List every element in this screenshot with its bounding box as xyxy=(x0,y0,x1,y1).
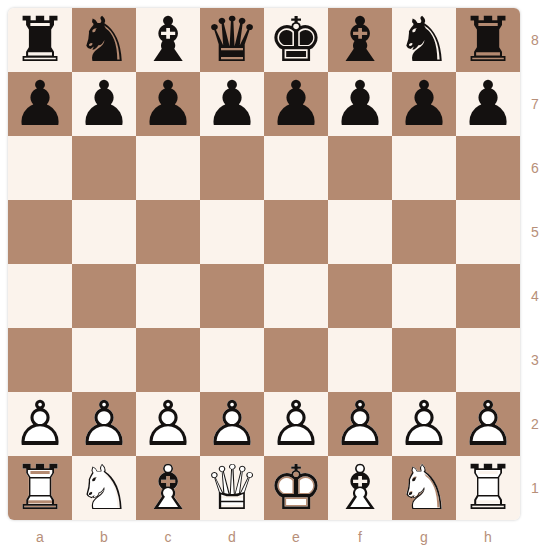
rank-label-7: 7 xyxy=(520,72,550,136)
black-piece-glyph: ♞ xyxy=(72,8,136,72)
black-piece-glyph: ♞ xyxy=(392,8,456,72)
white-piece-outline: ♕ xyxy=(200,456,264,520)
white-pawn-piece[interactable]: ♟♙ xyxy=(8,392,72,456)
black-piece-glyph: ♚ xyxy=(264,8,328,72)
rank-label-3: 3 xyxy=(520,328,550,392)
square-g6[interactable] xyxy=(392,136,456,200)
black-piece-glyph: ♟ xyxy=(264,72,328,136)
square-e6[interactable] xyxy=(264,136,328,200)
white-bishop-piece[interactable]: ♝♗ xyxy=(136,456,200,520)
square-b6[interactable] xyxy=(72,136,136,200)
white-king-piece[interactable]: ♚♔ xyxy=(264,456,328,520)
black-knight-piece[interactable]: ♞ xyxy=(392,8,456,72)
square-g5[interactable] xyxy=(392,200,456,264)
black-piece-glyph: ♟ xyxy=(200,72,264,136)
square-e1[interactable]: ♚♔ xyxy=(264,456,328,520)
square-h2[interactable]: ♟♙ xyxy=(456,392,520,456)
square-d4[interactable] xyxy=(200,264,264,328)
square-b1[interactable]: ♞♘ xyxy=(72,456,136,520)
square-g7[interactable]: ♟ xyxy=(392,72,456,136)
rank-label-8: 8 xyxy=(520,8,550,72)
square-c3[interactable] xyxy=(136,328,200,392)
square-h1[interactable]: ♜♖ xyxy=(456,456,520,520)
square-a6[interactable] xyxy=(8,136,72,200)
black-pawn-piece[interactable]: ♟ xyxy=(392,72,456,136)
square-b5[interactable] xyxy=(72,200,136,264)
square-d3[interactable] xyxy=(200,328,264,392)
black-piece-glyph: ♛ xyxy=(200,8,264,72)
square-c6[interactable] xyxy=(136,136,200,200)
black-knight-piece[interactable]: ♞ xyxy=(72,8,136,72)
black-piece-glyph: ♜ xyxy=(456,8,520,72)
black-piece-glyph: ♟ xyxy=(392,72,456,136)
file-label-d: d xyxy=(200,520,264,555)
square-d8[interactable]: ♛ xyxy=(200,8,264,72)
file-label-c: c xyxy=(136,520,200,555)
square-e2[interactable]: ♟♙ xyxy=(264,392,328,456)
black-piece-glyph: ♟ xyxy=(8,72,72,136)
square-e7[interactable]: ♟ xyxy=(264,72,328,136)
square-c7[interactable]: ♟ xyxy=(136,72,200,136)
rank-label-2: 2 xyxy=(520,392,550,456)
black-rook-piece[interactable]: ♜ xyxy=(8,8,72,72)
rank-label-4: 4 xyxy=(520,264,550,328)
white-piece-outline: ♘ xyxy=(72,456,136,520)
black-piece-glyph: ♝ xyxy=(136,8,200,72)
square-c8[interactable]: ♝ xyxy=(136,8,200,72)
white-bishop-piece[interactable]: ♝♗ xyxy=(328,456,392,520)
square-f1[interactable]: ♝♗ xyxy=(328,456,392,520)
white-rook-piece[interactable]: ♜♖ xyxy=(8,456,72,520)
file-label-b: b xyxy=(72,520,136,555)
black-bishop-piece[interactable]: ♝ xyxy=(328,8,392,72)
white-knight-piece[interactable]: ♞♘ xyxy=(392,456,456,520)
rank-label-6: 6 xyxy=(520,136,550,200)
white-piece-outline: ♗ xyxy=(136,456,200,520)
black-piece-glyph: ♟ xyxy=(328,72,392,136)
white-pawn-piece[interactable]: ♟♙ xyxy=(456,392,520,456)
black-king-piece[interactable]: ♚ xyxy=(264,8,328,72)
white-piece-outline: ♗ xyxy=(328,456,392,520)
black-bishop-piece[interactable]: ♝ xyxy=(136,8,200,72)
square-h8[interactable]: ♜ xyxy=(456,8,520,72)
white-piece-outline: ♖ xyxy=(8,456,72,520)
square-a5[interactable] xyxy=(8,200,72,264)
white-piece-outline: ♙ xyxy=(136,392,200,456)
file-label-e: e xyxy=(264,520,328,555)
file-label-h: h xyxy=(456,520,520,555)
black-pawn-piece[interactable]: ♟ xyxy=(200,72,264,136)
square-e4[interactable] xyxy=(264,264,328,328)
square-b7[interactable]: ♟ xyxy=(72,72,136,136)
square-g4[interactable] xyxy=(392,264,456,328)
white-pawn-piece[interactable]: ♟♙ xyxy=(136,392,200,456)
black-rook-piece[interactable]: ♜ xyxy=(456,8,520,72)
square-f2[interactable]: ♟♙ xyxy=(328,392,392,456)
square-h5[interactable] xyxy=(456,200,520,264)
square-f3[interactable] xyxy=(328,328,392,392)
square-f8[interactable]: ♝ xyxy=(328,8,392,72)
square-h6[interactable] xyxy=(456,136,520,200)
white-piece-outline: ♙ xyxy=(200,392,264,456)
square-g3[interactable] xyxy=(392,328,456,392)
square-c4[interactable] xyxy=(136,264,200,328)
black-piece-glyph: ♟ xyxy=(72,72,136,136)
white-queen-piece[interactable]: ♛♕ xyxy=(200,456,264,520)
square-d2[interactable]: ♟♙ xyxy=(200,392,264,456)
square-e8[interactable]: ♚ xyxy=(264,8,328,72)
white-piece-outline: ♖ xyxy=(456,456,520,520)
square-h7[interactable]: ♟ xyxy=(456,72,520,136)
square-a3[interactable] xyxy=(8,328,72,392)
black-pawn-piece[interactable]: ♟ xyxy=(8,72,72,136)
black-queen-piece[interactable]: ♛ xyxy=(200,8,264,72)
black-pawn-piece[interactable]: ♟ xyxy=(136,72,200,136)
black-piece-glyph: ♟ xyxy=(136,72,200,136)
white-knight-piece[interactable]: ♞♘ xyxy=(72,456,136,520)
square-a1[interactable]: ♜♖ xyxy=(8,456,72,520)
square-b2[interactable]: ♟♙ xyxy=(72,392,136,456)
black-piece-glyph: ♜ xyxy=(8,8,72,72)
square-g1[interactable]: ♞♘ xyxy=(392,456,456,520)
square-c5[interactable] xyxy=(136,200,200,264)
white-piece-outline: ♔ xyxy=(264,456,328,520)
square-d7[interactable]: ♟ xyxy=(200,72,264,136)
white-pawn-piece[interactable]: ♟♙ xyxy=(264,392,328,456)
file-labels: abcdefgh xyxy=(8,520,520,555)
square-f4[interactable] xyxy=(328,264,392,328)
white-piece-outline: ♙ xyxy=(264,392,328,456)
rank-label-1: 1 xyxy=(520,456,550,520)
square-a4[interactable] xyxy=(8,264,72,328)
square-a2[interactable]: ♟♙ xyxy=(8,392,72,456)
black-pawn-piece[interactable]: ♟ xyxy=(456,72,520,136)
white-pawn-piece[interactable]: ♟♙ xyxy=(328,392,392,456)
square-d1[interactable]: ♛♕ xyxy=(200,456,264,520)
square-f7[interactable]: ♟ xyxy=(328,72,392,136)
white-piece-outline: ♙ xyxy=(328,392,392,456)
square-c1[interactable]: ♝♗ xyxy=(136,456,200,520)
white-pawn-piece[interactable]: ♟♙ xyxy=(200,392,264,456)
square-d5[interactable] xyxy=(200,200,264,264)
file-label-f: f xyxy=(328,520,392,555)
square-b8[interactable]: ♞ xyxy=(72,8,136,72)
black-pawn-piece[interactable]: ♟ xyxy=(328,72,392,136)
white-pawn-piece[interactable]: ♟♙ xyxy=(392,392,456,456)
file-label-a: a xyxy=(8,520,72,555)
square-g8[interactable]: ♞ xyxy=(392,8,456,72)
square-e3[interactable] xyxy=(264,328,328,392)
black-piece-glyph: ♝ xyxy=(328,8,392,72)
square-h3[interactable] xyxy=(456,328,520,392)
square-g2[interactable]: ♟♙ xyxy=(392,392,456,456)
square-b4[interactable] xyxy=(72,264,136,328)
black-pawn-piece[interactable]: ♟ xyxy=(72,72,136,136)
square-e5[interactable] xyxy=(264,200,328,264)
white-piece-outline: ♙ xyxy=(456,392,520,456)
square-h4[interactable] xyxy=(456,264,520,328)
square-b3[interactable] xyxy=(72,328,136,392)
white-piece-outline: ♙ xyxy=(8,392,72,456)
square-f6[interactable] xyxy=(328,136,392,200)
white-pawn-piece[interactable]: ♟♙ xyxy=(72,392,136,456)
square-a7[interactable]: ♟ xyxy=(8,72,72,136)
square-c2[interactable]: ♟♙ xyxy=(136,392,200,456)
square-d6[interactable] xyxy=(200,136,264,200)
black-piece-glyph: ♟ xyxy=(456,72,520,136)
white-piece-outline: ♘ xyxy=(392,456,456,520)
white-rook-piece[interactable]: ♜♖ xyxy=(456,456,520,520)
square-a8[interactable]: ♜ xyxy=(8,8,72,72)
rank-labels: 87654321 xyxy=(520,8,550,520)
chess-board[interactable]: ♜♞♝♛♚♝♞♜♟♟♟♟♟♟♟♟♟♙♟♙♟♙♟♙♟♙♟♙♟♙♟♙♜♖♞♘♝♗♛♕… xyxy=(8,8,520,520)
white-piece-outline: ♙ xyxy=(72,392,136,456)
square-f5[interactable] xyxy=(328,200,392,264)
file-label-g: g xyxy=(392,520,456,555)
rank-label-5: 5 xyxy=(520,200,550,264)
white-piece-outline: ♙ xyxy=(392,392,456,456)
black-pawn-piece[interactable]: ♟ xyxy=(264,72,328,136)
